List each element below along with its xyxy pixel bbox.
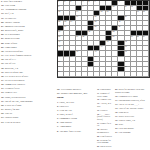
clue-item: 21. Imposed expectation (1, 25, 54, 28)
cell-number: 54 (94, 61, 96, 63)
clue-number: 33. (115, 103, 118, 105)
cell-number: 35 (82, 36, 84, 38)
cell-number: 7 (119, 1, 120, 3)
clue-item: 13. Astronomical sighting (1, 8, 54, 11)
clue-number: 11. (97, 92, 100, 94)
cell-number: 14 (76, 11, 78, 13)
clue-number: 51. (1, 108, 5, 110)
clue-number: 42. (1, 83, 5, 85)
clue-item: 18. Intrepid swashbuckler (97, 128, 112, 133)
clue-item: 17. Dinner for a tot (97, 122, 112, 127)
clue-number: 30. (115, 95, 118, 97)
cell-number: 27 (64, 26, 66, 28)
clue-number: 13. (1, 8, 5, 10)
cell-number: 48 (125, 51, 127, 53)
cell-number: 21 (125, 16, 127, 18)
down-section-header: Down (57, 96, 94, 99)
clue-number: 41. (1, 79, 5, 81)
clue-item: 20. Notable epochs (1, 21, 54, 24)
clue-item: 5. Commonly listing (57, 117, 94, 120)
cell-number: 56 (58, 66, 60, 68)
clue-number: 4. (57, 113, 59, 115)
clue-number: 23. (97, 139, 100, 141)
clue-number: 35. (1, 62, 5, 64)
clue-number: 38. (1, 67, 5, 69)
clue-item: 15. Crawler (97, 109, 112, 112)
clue-item: 46. Pasha, stereotypically (1, 96, 54, 99)
clue-number: 10. (97, 88, 100, 90)
clue-item: 4. Docs, in brief (57, 113, 94, 116)
clue-number: 56. (57, 88, 61, 90)
clue-number: 31. (115, 99, 118, 101)
cell-number: 31 (88, 31, 90, 33)
cell-number: 32 (113, 31, 115, 33)
clue-item: 40. Fell with a sliver of pull (1, 75, 54, 78)
cell-number: 37 (131, 36, 133, 38)
clues-column-two: 56. Television's Maxwell57. Baloney and … (57, 88, 94, 134)
clue-item: 29. Roles for Barbara Eden and Robin Wil… (115, 88, 149, 94)
cell-number: 57 (88, 66, 90, 68)
cell-number: 9 (82, 6, 83, 8)
clue-number: 57. (57, 92, 61, 94)
clue-item: 25. Show stealer (97, 145, 112, 148)
clue-item: 34. "War of the Worlds" planet (115, 107, 149, 110)
clue-item: 43. Cleansed filter? (1, 87, 54, 90)
cell-number: 38 (137, 36, 139, 38)
cell-number: 30 (58, 31, 60, 33)
clue-item: 15. Beef, e.g. (1, 12, 54, 15)
cell-number: 55 (125, 61, 127, 63)
cell-number: 18 (143, 11, 145, 13)
cell-number: 46 (76, 51, 78, 53)
cell-number: 2 (64, 1, 65, 3)
cell-number: 8 (58, 6, 59, 8)
clue-item: 41. DVDs with blunders (1, 79, 54, 82)
cell-number: 26 (119, 21, 121, 23)
cell-number: 42 (125, 41, 127, 43)
clue-number: 19. (1, 17, 5, 19)
cell-number: 49 (58, 56, 60, 58)
clue-number: 6. (57, 121, 59, 123)
cell-number: 25 (94, 21, 96, 23)
clue-number: 53. (1, 116, 5, 118)
clue-number: 9. (1, 0, 3, 2)
cell-number: 45 (125, 46, 127, 48)
clue-number: 50. (1, 104, 5, 106)
clue-item: 30. Comparatively sharp (115, 95, 149, 98)
clue-item: 7. Anonymous (57, 125, 94, 128)
clue-number: 32. (1, 58, 5, 60)
clue-item: 1. Coral, in a way (57, 101, 94, 104)
clues-column-across-left: 9. Ruse for a schemer10. First claim13. … (1, 0, 54, 125)
cell-number: 15 (101, 11, 103, 13)
clue-item: 10. First claim (1, 4, 54, 7)
cell-number: 53 (58, 61, 60, 63)
clue-item: 52. Tiny bit (1, 112, 54, 115)
clue-item: 42. Commercial capacity (1, 83, 54, 86)
cell-number: 28 (94, 26, 96, 28)
clue-number: 34. (115, 107, 118, 109)
clue-number: 22. (97, 135, 100, 137)
clue-item: 6. Yoga posture (57, 121, 94, 124)
cell-number: 36 (113, 36, 115, 38)
clue-item: 37. White-water ride (115, 115, 149, 118)
clue-item: 32. Part of PTA (1, 58, 54, 61)
clue-item: 47. End of the line, underground (1, 100, 54, 103)
clue-number: 24. (1, 29, 5, 31)
clue-item: 27. Menu selection (1, 37, 54, 40)
clue-number: 10. (1, 4, 5, 6)
clue-number: 7. (57, 125, 59, 127)
clue-item: 39. Back at square one (1, 71, 54, 74)
clue-number: 16. (97, 113, 100, 115)
cell-number: 1 (58, 1, 59, 3)
cell-number: 10 (113, 6, 115, 8)
clue-item: 42. Wore (115, 123, 149, 126)
clue-number: 15. (1, 12, 5, 14)
cell-number: 16 (107, 11, 109, 13)
clue-item: 24. Mystic's gift, oddly (1, 29, 54, 32)
clue-item: 45. Cold and snappy (115, 127, 149, 130)
clue-number: 54. (1, 121, 5, 123)
clue-number: 46. (1, 96, 5, 98)
clue-number: 20. (1, 21, 5, 23)
clue-item: 51. Misses, for one (1, 108, 54, 111)
clue-item: 53. Coastal raptor (1, 116, 54, 119)
cell-number: 47 (94, 51, 96, 53)
clue-number: 39. (115, 119, 118, 121)
clue-number: 2. (57, 105, 59, 107)
clue-number: 26. (1, 33, 5, 35)
cell-number: 3 (70, 1, 71, 3)
clue-item: 2. Correctly (57, 105, 94, 108)
crossword-page: { "game": "crossword", "grid": { "size":… (0, 0, 150, 150)
clue-number: 27. (1, 37, 5, 39)
clue-number: 42. (115, 123, 118, 125)
clues-column-four: 29. Roles for Barbara Eden and Robin Wil… (115, 88, 149, 135)
clue-item: 38. Mistletoe, e.g. (1, 67, 54, 70)
clue-item: 54. Lead-in to while (1, 121, 54, 124)
cell-number: 33 (58, 36, 60, 38)
cell-number: 41 (107, 41, 109, 43)
clue-item: 22. Flag features (97, 135, 112, 138)
clue-number: 44. (1, 91, 5, 93)
clue-number: 45. (115, 127, 118, 129)
clue-number: 39. (1, 71, 5, 73)
clue-number: 43. (1, 87, 5, 89)
cell-number: 11 (125, 6, 127, 8)
cell-number: 59 (58, 71, 60, 73)
clue-number: 47. (1, 100, 5, 102)
clue-number: 15. (97, 109, 100, 111)
clue-item: 11. Symbol of Notre Dame (97, 92, 112, 97)
clue-number: 36. (115, 111, 118, 113)
cell-number: 12 (131, 6, 133, 8)
clue-item: 35. Part of ESL (1, 62, 54, 65)
cell-number: 50 (64, 56, 66, 58)
cell-number: 44 (101, 46, 103, 48)
cell-number: 34 (76, 36, 78, 38)
clue-number: 18. (97, 128, 100, 130)
cell-number: 24 (70, 21, 72, 23)
clue-number: 28. (1, 42, 5, 44)
clue-number: 3. (57, 109, 59, 111)
clue-number: 37. (115, 115, 118, 117)
cell-number: 6 (94, 1, 95, 3)
crossword-grid: 1234567891011121314151617181920212223242… (57, 0, 150, 78)
clues-column-three: 10. Handstands11. Symbol of Notre Dame12… (97, 88, 112, 149)
clue-number: 47. (115, 131, 118, 133)
clue-number: 17. (97, 122, 100, 124)
clue-item: 39. Jessica Tandy, e.g. (115, 119, 149, 122)
clue-number: 29. (115, 88, 118, 90)
clue-item: 3. Flips the lid? (57, 109, 94, 112)
clue-number: 21. (1, 25, 5, 27)
clue-item: 47. Last surname (115, 131, 149, 134)
cell-number: 19 (76, 16, 78, 18)
clue-item: 44. Gamer's title (1, 91, 54, 94)
clue-item: 12. Tomato type (97, 98, 112, 101)
across-tail-list: 56. Television's Maxwell57. Baloney and … (57, 88, 94, 95)
cell-number: 52 (94, 56, 96, 58)
cell-number: 4 (82, 1, 83, 3)
clue-number: 5. (57, 117, 59, 119)
cell-number: 13 (58, 11, 60, 13)
clue-item: 8. You may find it b-side (57, 130, 94, 133)
down-list-one: 1. Coral, in a way2. Correctly3. Flips t… (57, 101, 94, 133)
cell-number: 58 (125, 66, 127, 68)
cell-number: 29 (119, 26, 121, 28)
clue-number: 1. (57, 101, 59, 103)
cell-number: 40 (58, 41, 60, 43)
cell-number: 39 (143, 36, 145, 38)
clue-item: 57. Baloney and nonsense, max (57, 92, 94, 95)
clue-item: 16. "___ sail!" (pirate leader's query) (97, 113, 112, 121)
clue-item: 10. Handstands (97, 88, 112, 91)
cell-number: 23 (64, 21, 66, 23)
clue-number: 30. (1, 50, 5, 52)
clue-item: 19. Nevada city (1, 17, 54, 20)
clue-item: 14. Access, in a way (97, 102, 112, 107)
clue-item: 28. Blunt refusal (1, 42, 54, 45)
clue-item: 30. Caesar's breakfast? (1, 50, 54, 53)
clue-number: 40. (1, 75, 5, 77)
cell-number: 5 (88, 1, 89, 3)
clue-item: 9. Ruse for a schemer (1, 0, 54, 3)
clue-number: 14. (97, 102, 100, 104)
cell-number: 43 (58, 46, 60, 48)
clue-item: 23. Reasons for extra innings (97, 139, 112, 144)
clue-number: 25. (97, 145, 100, 147)
grid-cell[interactable] (143, 72, 149, 77)
clue-number: 8. (57, 130, 59, 132)
clue-item: 36. High heels (115, 111, 149, 114)
cell-number: 17 (137, 11, 139, 13)
clue-item: 50. It rises in a flight (1, 104, 54, 107)
cell-number: 20 (94, 16, 96, 18)
clue-number: 12. (97, 98, 100, 100)
clue-item: 31. City with a famous carnival (1, 54, 54, 57)
cell-number: 22 (58, 21, 60, 23)
clue-item: 56. Television's Maxwell (57, 88, 94, 91)
clue-number: 31. (1, 54, 5, 56)
clue-number: 29. (1, 46, 5, 48)
clue-item: 31. Photographic subjects, often (115, 99, 149, 102)
clue-item: 29. Camp sights (1, 46, 54, 49)
clue-item: 33. "We're all in this ___" (115, 103, 149, 106)
clue-number: 52. (1, 112, 5, 114)
clue-item: 26. UFO occupants (1, 33, 54, 36)
cell-number: 51 (70, 56, 72, 58)
